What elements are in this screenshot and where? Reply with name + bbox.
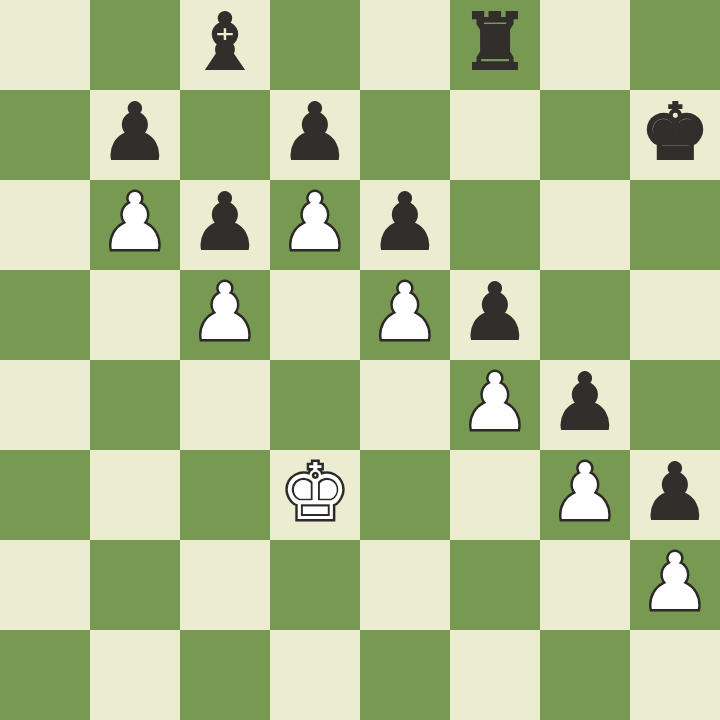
square-e6[interactable]: ♟ (360, 180, 450, 270)
square-b4[interactable] (90, 360, 180, 450)
square-f1[interactable] (450, 630, 540, 720)
black-pawn-c6[interactable]: ♟ (190, 183, 260, 261)
square-g5[interactable] (540, 270, 630, 360)
square-f4[interactable]: ♟ (450, 360, 540, 450)
square-d8[interactable] (270, 0, 360, 90)
square-h2[interactable]: ♟ (630, 540, 720, 630)
black-rook-f8[interactable]: ♜ (460, 3, 530, 81)
black-pawn-d7[interactable]: ♟ (280, 93, 350, 171)
square-a3[interactable] (0, 450, 90, 540)
square-a1[interactable] (0, 630, 90, 720)
square-e5[interactable]: ♟ (360, 270, 450, 360)
square-b8[interactable] (90, 0, 180, 90)
square-f2[interactable] (450, 540, 540, 630)
square-c4[interactable] (180, 360, 270, 450)
black-pawn-f5[interactable]: ♟ (460, 273, 530, 351)
square-e2[interactable] (360, 540, 450, 630)
square-d7[interactable]: ♟ (270, 90, 360, 180)
black-pawn-h3[interactable]: ♟ (640, 453, 710, 531)
chess-board-container: ♝♜♟♟♚♟♟♟♟♟♟♟♟♟♚♟♟♟ (0, 0, 720, 720)
square-e1[interactable] (360, 630, 450, 720)
square-b6[interactable]: ♟ (90, 180, 180, 270)
black-bishop-c8[interactable]: ♝ (190, 3, 260, 81)
white-pawn-e5[interactable]: ♟ (370, 273, 440, 351)
square-h1[interactable] (630, 630, 720, 720)
white-pawn-h2[interactable]: ♟ (640, 543, 710, 621)
square-h6[interactable] (630, 180, 720, 270)
square-a6[interactable] (0, 180, 90, 270)
chess-board: ♝♜♟♟♚♟♟♟♟♟♟♟♟♟♚♟♟♟ (0, 0, 720, 720)
black-pawn-b7[interactable]: ♟ (100, 93, 170, 171)
black-pawn-g4[interactable]: ♟ (550, 363, 620, 441)
square-b3[interactable] (90, 450, 180, 540)
square-h7[interactable]: ♚ (630, 90, 720, 180)
square-e8[interactable] (360, 0, 450, 90)
square-a7[interactable] (0, 90, 90, 180)
square-a4[interactable] (0, 360, 90, 450)
square-c5[interactable]: ♟ (180, 270, 270, 360)
square-f7[interactable] (450, 90, 540, 180)
square-g8[interactable] (540, 0, 630, 90)
square-g3[interactable]: ♟ (540, 450, 630, 540)
white-pawn-b6[interactable]: ♟ (100, 183, 170, 261)
square-c8[interactable]: ♝ (180, 0, 270, 90)
square-c2[interactable] (180, 540, 270, 630)
white-pawn-c5[interactable]: ♟ (190, 273, 260, 351)
square-a5[interactable] (0, 270, 90, 360)
square-b7[interactable]: ♟ (90, 90, 180, 180)
square-b5[interactable] (90, 270, 180, 360)
square-h5[interactable] (630, 270, 720, 360)
square-h3[interactable]: ♟ (630, 450, 720, 540)
white-pawn-f4[interactable]: ♟ (460, 363, 530, 441)
square-g7[interactable] (540, 90, 630, 180)
square-f3[interactable] (450, 450, 540, 540)
white-pawn-d6[interactable]: ♟ (280, 183, 350, 261)
square-g2[interactable] (540, 540, 630, 630)
square-d4[interactable] (270, 360, 360, 450)
square-g4[interactable]: ♟ (540, 360, 630, 450)
square-f6[interactable] (450, 180, 540, 270)
square-f5[interactable]: ♟ (450, 270, 540, 360)
square-f8[interactable]: ♜ (450, 0, 540, 90)
square-c3[interactable] (180, 450, 270, 540)
square-a8[interactable] (0, 0, 90, 90)
square-e4[interactable] (360, 360, 450, 450)
square-c7[interactable] (180, 90, 270, 180)
square-d5[interactable] (270, 270, 360, 360)
square-b1[interactable] (90, 630, 180, 720)
square-d2[interactable] (270, 540, 360, 630)
square-a2[interactable] (0, 540, 90, 630)
white-pawn-g3[interactable]: ♟ (550, 453, 620, 531)
square-g6[interactable] (540, 180, 630, 270)
black-king-h7[interactable]: ♚ (640, 93, 710, 171)
square-d3[interactable]: ♚ (270, 450, 360, 540)
white-king-d3[interactable]: ♚ (280, 453, 350, 531)
square-h4[interactable] (630, 360, 720, 450)
square-c6[interactable]: ♟ (180, 180, 270, 270)
square-h8[interactable] (630, 0, 720, 90)
square-g1[interactable] (540, 630, 630, 720)
square-e7[interactable] (360, 90, 450, 180)
square-c1[interactable] (180, 630, 270, 720)
square-e3[interactable] (360, 450, 450, 540)
square-b2[interactable] (90, 540, 180, 630)
square-d6[interactable]: ♟ (270, 180, 360, 270)
square-d1[interactable] (270, 630, 360, 720)
black-pawn-e6[interactable]: ♟ (370, 183, 440, 261)
